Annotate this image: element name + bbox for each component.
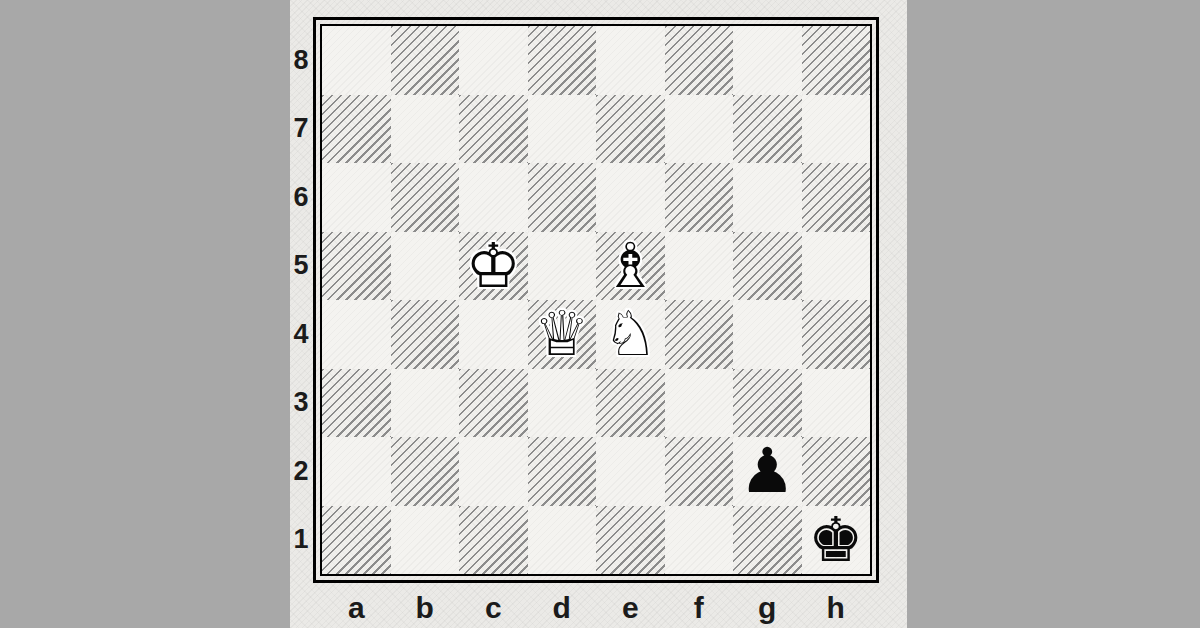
- square-d8[interactable]: [528, 26, 597, 95]
- file-label-e: e: [596, 590, 665, 626]
- square-g3[interactable]: [733, 369, 802, 438]
- square-c3[interactable]: [459, 369, 528, 438]
- square-c7[interactable]: [459, 95, 528, 164]
- square-h8[interactable]: [802, 26, 871, 95]
- square-c2[interactable]: [459, 437, 528, 506]
- file-label-b: b: [391, 590, 460, 626]
- file-label-f: f: [665, 590, 734, 626]
- piece-solid-layer: ♚: [802, 506, 871, 575]
- square-a4[interactable]: [322, 300, 391, 369]
- square-a3[interactable]: [322, 369, 391, 438]
- square-b5[interactable]: [391, 232, 460, 301]
- square-f5[interactable]: [665, 232, 734, 301]
- square-g4[interactable]: [733, 300, 802, 369]
- square-h5[interactable]: [802, 232, 871, 301]
- rank-label-5: 5: [290, 232, 312, 301]
- file-labels: abcdefgh: [322, 590, 870, 626]
- square-a5[interactable]: [322, 232, 391, 301]
- square-d6[interactable]: [528, 163, 597, 232]
- square-e2[interactable]: [596, 437, 665, 506]
- square-h3[interactable]: [802, 369, 871, 438]
- square-e8[interactable]: [596, 26, 665, 95]
- piece-white-king[interactable]: ♚♔: [459, 232, 528, 301]
- file-label-c: c: [459, 590, 528, 626]
- square-b3[interactable]: [391, 369, 460, 438]
- square-c1[interactable]: [459, 506, 528, 575]
- square-e4[interactable]: ♞♘: [596, 300, 665, 369]
- square-h4[interactable]: [802, 300, 871, 369]
- square-e3[interactable]: [596, 369, 665, 438]
- square-d5[interactable]: [528, 232, 597, 301]
- chess-board-frame: ♚♔♝♗♛♕♞♘♟♚: [313, 17, 879, 583]
- page-background: 87654321 ♚♔♝♗♛♕♞♘♟♚ abcdefgh: [0, 0, 1200, 628]
- piece-solid-layer: ♟: [733, 437, 802, 506]
- file-label-h: h: [802, 590, 871, 626]
- file-label-g: g: [733, 590, 802, 626]
- square-c8[interactable]: [459, 26, 528, 95]
- rank-label-6: 6: [290, 163, 312, 232]
- square-f6[interactable]: [665, 163, 734, 232]
- diagram-canvas: 87654321 ♚♔♝♗♛♕♞♘♟♚ abcdefgh: [290, 0, 907, 628]
- square-b4[interactable]: [391, 300, 460, 369]
- square-f2[interactable]: [665, 437, 734, 506]
- square-g2[interactable]: ♟: [733, 437, 802, 506]
- square-h6[interactable]: [802, 163, 871, 232]
- file-label-d: d: [528, 590, 597, 626]
- square-b7[interactable]: [391, 95, 460, 164]
- file-label-a: a: [322, 590, 391, 626]
- square-f7[interactable]: [665, 95, 734, 164]
- rank-label-8: 8: [290, 26, 312, 95]
- square-g1[interactable]: [733, 506, 802, 575]
- square-d1[interactable]: [528, 506, 597, 575]
- square-h7[interactable]: [802, 95, 871, 164]
- square-a1[interactable]: [322, 506, 391, 575]
- square-b6[interactable]: [391, 163, 460, 232]
- rank-label-7: 7: [290, 95, 312, 164]
- square-b8[interactable]: [391, 26, 460, 95]
- square-b2[interactable]: [391, 437, 460, 506]
- square-h2[interactable]: [802, 437, 871, 506]
- piece-outline-layer: ♘: [596, 300, 665, 369]
- piece-outline-layer: ♔: [459, 232, 528, 301]
- square-f3[interactable]: [665, 369, 734, 438]
- piece-outline-layer: ♗: [596, 232, 665, 301]
- rank-label-1: 1: [290, 506, 312, 575]
- square-d4[interactable]: ♛♕: [528, 300, 597, 369]
- square-c4[interactable]: [459, 300, 528, 369]
- piece-white-knight[interactable]: ♞♘: [596, 300, 665, 369]
- square-a7[interactable]: [322, 95, 391, 164]
- square-e6[interactable]: [596, 163, 665, 232]
- square-g5[interactable]: [733, 232, 802, 301]
- square-d3[interactable]: [528, 369, 597, 438]
- square-a6[interactable]: [322, 163, 391, 232]
- square-b1[interactable]: [391, 506, 460, 575]
- rank-label-3: 3: [290, 369, 312, 438]
- square-f8[interactable]: [665, 26, 734, 95]
- square-d2[interactable]: [528, 437, 597, 506]
- square-g7[interactable]: [733, 95, 802, 164]
- square-e1[interactable]: [596, 506, 665, 575]
- square-f4[interactable]: [665, 300, 734, 369]
- square-f1[interactable]: [665, 506, 734, 575]
- chess-board: ♚♔♝♗♛♕♞♘♟♚: [322, 26, 870, 574]
- square-d7[interactable]: [528, 95, 597, 164]
- square-a2[interactable]: [322, 437, 391, 506]
- rank-labels: 87654321: [290, 26, 312, 574]
- square-e5[interactable]: ♝♗: [596, 232, 665, 301]
- square-g6[interactable]: [733, 163, 802, 232]
- rank-label-4: 4: [290, 300, 312, 369]
- chess-board-inner-border: ♚♔♝♗♛♕♞♘♟♚: [320, 24, 872, 576]
- square-c6[interactable]: [459, 163, 528, 232]
- piece-white-bishop[interactable]: ♝♗: [596, 232, 665, 301]
- square-a8[interactable]: [322, 26, 391, 95]
- square-h1[interactable]: ♚: [802, 506, 871, 575]
- square-g8[interactable]: [733, 26, 802, 95]
- piece-black-pawn[interactable]: ♟: [733, 437, 802, 506]
- square-c5[interactable]: ♚♔: [459, 232, 528, 301]
- square-e7[interactable]: [596, 95, 665, 164]
- piece-white-queen[interactable]: ♛♕: [528, 300, 597, 369]
- piece-outline-layer: ♕: [528, 300, 597, 369]
- piece-black-king[interactable]: ♚: [802, 506, 871, 575]
- rank-label-2: 2: [290, 437, 312, 506]
